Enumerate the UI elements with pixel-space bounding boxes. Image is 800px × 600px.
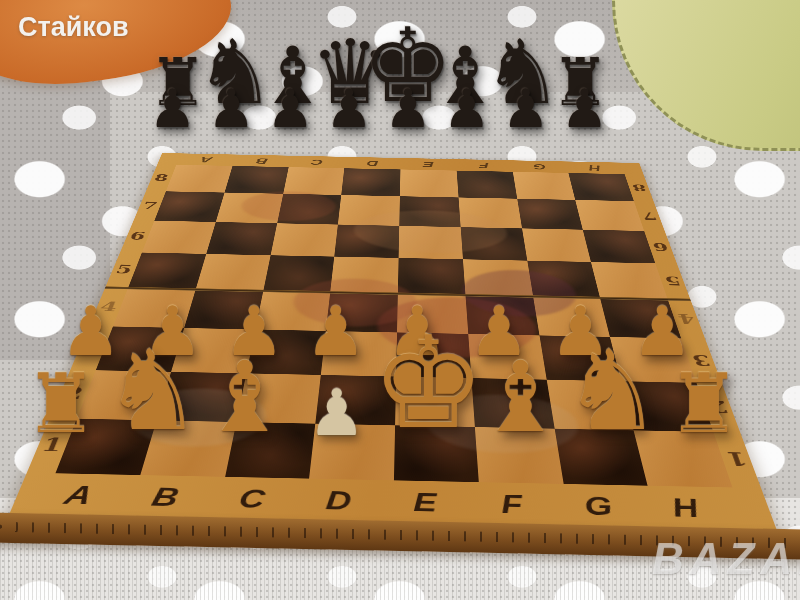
square-a6 [142, 221, 216, 254]
rank-number-left-6: 6 [128, 229, 148, 242]
file-letter-top-e: E [423, 160, 434, 169]
square-f6 [460, 227, 526, 261]
file-letter-top-a: A [199, 155, 214, 164]
square-a8 [166, 165, 232, 193]
file-letter-top-f: F [478, 161, 489, 170]
rank-number-left-1: 1 [38, 434, 66, 456]
square-d6 [334, 224, 399, 257]
square-g5 [527, 261, 600, 298]
square-a7 [154, 191, 224, 221]
square-b6 [206, 222, 277, 255]
rank-number-right-4: 4 [675, 311, 697, 327]
square-b2 [156, 372, 246, 422]
square-b3 [171, 328, 255, 373]
square-b7 [216, 193, 283, 223]
watermark-site: BAZAR [652, 534, 800, 584]
square-d1 [309, 424, 395, 481]
square-c1 [225, 422, 316, 479]
rank-number-left-7: 7 [141, 200, 160, 212]
file-letter-a: A [60, 481, 96, 511]
square-h8 [569, 173, 634, 201]
rank-number-right-8: 8 [630, 182, 647, 193]
square-h7 [575, 200, 644, 231]
square-g4 [533, 296, 610, 337]
square-a5 [128, 252, 206, 289]
square-e3 [396, 333, 471, 378]
file-letter-top-c: C [311, 157, 324, 166]
square-g8 [513, 172, 576, 200]
square-g6 [522, 228, 591, 262]
square-e4 [397, 293, 468, 334]
square-d5 [330, 257, 398, 294]
square-f2 [471, 378, 554, 429]
square-e1 [394, 425, 479, 482]
square-f4 [465, 295, 539, 336]
file-letter-f: F [500, 490, 525, 520]
file-letter-g: G [582, 492, 615, 522]
rank-number-left-3: 3 [80, 339, 104, 357]
square-g1 [554, 429, 648, 486]
square-g3 [539, 336, 621, 381]
square-c4 [255, 290, 330, 331]
file-letter-c: C [236, 485, 266, 515]
square-g7 [517, 199, 583, 230]
square-g2 [546, 379, 634, 430]
square-c5 [263, 255, 334, 292]
square-c7 [277, 194, 342, 225]
square-b1 [140, 420, 236, 477]
square-c8 [283, 167, 345, 195]
square-f8 [456, 171, 516, 199]
file-letter-top-b: B [255, 156, 269, 165]
file-letter-e: E [413, 488, 437, 518]
rank-number-right-7: 7 [640, 210, 658, 222]
rank-number-right-2: 2 [705, 397, 730, 417]
rank-number-left-4: 4 [98, 299, 121, 315]
square-d7 [338, 195, 400, 226]
square-c6 [270, 223, 338, 256]
square-d3 [321, 331, 397, 376]
square-d8 [341, 168, 400, 196]
square-d2 [316, 375, 397, 426]
rank-number-right-6: 6 [651, 240, 670, 253]
square-c2 [236, 373, 321, 423]
square-e6 [399, 226, 463, 260]
file-letter-top-h: H [588, 163, 602, 172]
file-letter-top-g: G [532, 162, 547, 171]
photo-scene: ABCDEFGH ABCDEFGH 87654321 87654321 ♜♞♝♛… [0, 0, 800, 600]
square-e7 [399, 196, 460, 227]
rank-number-right-1: 1 [723, 448, 750, 470]
file-letter-h: H [668, 493, 702, 523]
rank-number-right-3: 3 [689, 351, 712, 369]
rank-number-right-5: 5 [662, 274, 683, 288]
square-f1 [475, 427, 564, 484]
square-e2 [395, 376, 475, 427]
square-f7 [458, 198, 521, 229]
square-d4 [326, 292, 398, 333]
rank-number-left-8: 8 [153, 172, 171, 183]
square-b8 [224, 166, 288, 194]
rank-number-left-2: 2 [60, 384, 86, 404]
rank-number-left-5: 5 [113, 262, 134, 276]
square-e5 [398, 258, 465, 295]
square-c3 [246, 330, 326, 375]
square-e8 [400, 169, 459, 197]
square-b4 [184, 289, 263, 330]
square-f3 [468, 334, 546, 379]
file-letter-b: B [148, 483, 181, 513]
square-f5 [463, 259, 533, 296]
square-b5 [196, 254, 271, 291]
file-letter-top-d: D [367, 159, 379, 168]
file-letter-d: D [324, 486, 352, 516]
watermark-author: Стайков [18, 12, 129, 43]
